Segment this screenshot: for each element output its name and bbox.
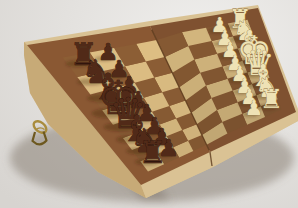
chess-board: ♜♟♞♟♝♟♟♚♜♟♛♟♟♞♝♟♟♞♝♟♟♜♚♟♟♛♟♝♟♞♟♜ [0,0,298,208]
piece-glyph: ♟ [245,96,263,120]
clasp-wire-icon [36,128,45,130]
piece-white-pawn-a2: ♟ [242,96,263,120]
chess-set-photo-scene: ♜♟♞♟♝♟♟♚♜♟♛♟♟♞♝♟♟♞♝♟♟♜♚♟♟♛♟♝♟♞♟♜ [0,0,298,208]
piece-black-rook-a8: ♜ [135,134,167,170]
piece-glyph: ♜ [139,134,167,170]
piece-glyph: ♜ [260,84,283,114]
